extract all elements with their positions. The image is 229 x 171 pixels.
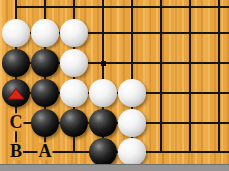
stone-black[interactable] [31, 109, 59, 137]
stone-white[interactable] [118, 138, 146, 166]
star-point [101, 61, 106, 66]
grid-line-vertical [189, 0, 191, 153]
stone-black[interactable] [31, 49, 59, 77]
stone-black[interactable] [31, 79, 59, 107]
stone-white[interactable] [60, 79, 88, 107]
board-edge-strip [0, 164, 229, 171]
stone-black[interactable] [2, 79, 30, 107]
point-label-c[interactable]: C [9, 113, 24, 131]
stone-white[interactable] [60, 19, 88, 47]
point-label-a[interactable]: A [38, 142, 53, 160]
stone-black[interactable] [89, 109, 117, 137]
stone-white[interactable] [118, 109, 146, 137]
stone-white[interactable] [2, 19, 30, 47]
stone-black[interactable] [60, 109, 88, 137]
stone-black[interactable] [2, 49, 30, 77]
grid-line-horizontal [15, 6, 229, 8]
triangle-mark-icon [7, 86, 25, 104]
stone-white[interactable] [118, 79, 146, 107]
go-diagram-screenshot: CBA [0, 0, 229, 171]
stone-white[interactable] [60, 49, 88, 77]
grid-line-vertical [160, 0, 162, 153]
stone-white[interactable] [31, 19, 59, 47]
stone-black[interactable] [89, 138, 117, 166]
grid-line-vertical [218, 0, 220, 153]
go-board[interactable]: CBA [0, 0, 229, 164]
point-label-b[interactable]: B [9, 142, 23, 160]
stone-white[interactable] [89, 79, 117, 107]
